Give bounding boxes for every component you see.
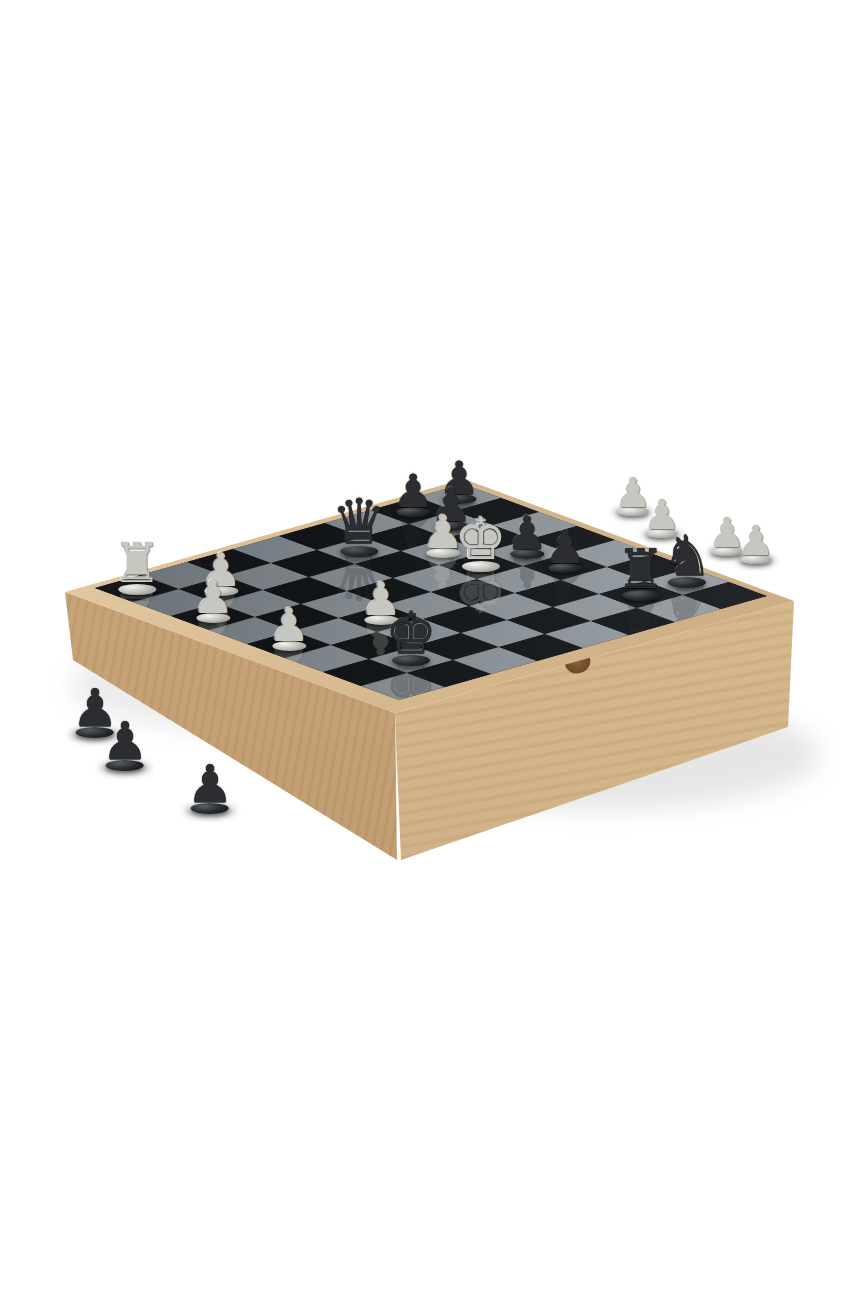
piece-silver-king-f4: ♚: [455, 510, 507, 572]
knight-glyph: ♞: [662, 528, 712, 584]
pawn-glyph: ♟: [738, 521, 775, 562]
king-glyph: ♚: [455, 510, 507, 568]
pawn-glyph: ♟: [268, 602, 309, 648]
pawn-glyph: ♟: [187, 758, 234, 810]
piece-dark-pawn-g4: ♟: [506, 510, 547, 559]
pawn-glyph: ♟: [102, 715, 149, 767]
pawn-glyph: ♟: [544, 524, 585, 570]
piece-dark-king-b7: ♚: [385, 604, 437, 666]
piece-silver-rook-a1: ♜: [112, 536, 161, 595]
piece-dark-pawn-g5: ♟: [544, 524, 585, 573]
piece-silver-pawn-a5: ♟: [268, 602, 309, 651]
pawn-glyph: ♟: [506, 510, 547, 556]
piece-dark-rook-g7: ♜: [616, 542, 665, 601]
piece-silver-pawn-offboard-4: ♟: [738, 521, 775, 564]
piece-dark-pawn-offboard-3: ♟: [187, 758, 234, 814]
piece-silver-pawn-a3: ♟: [192, 574, 233, 623]
rook-glyph: ♜: [616, 542, 665, 597]
piece-dark-queen-e2: ♛: [331, 491, 387, 557]
pawn-glyph: ♟: [192, 574, 233, 620]
product-photo-scene: ♜♟♟♟♟♟♚♛♟♟♟♟♟♚♜♞ ♜♟♟♟♟♟♚♛♟♟♟♟♟♚♜♞♟♟♟♟♟♟♟: [0, 0, 855, 1290]
rook-glyph: ♜: [112, 536, 161, 591]
king-glyph: ♚: [385, 604, 437, 662]
piece-dark-knight-h7: ♞: [662, 528, 712, 588]
piece-layer: ♜♟♟♟♟♟♚♛♟♟♟♟♟♚♜♞♟♟♟♟♟♟♟: [0, 0, 855, 1290]
queen-glyph: ♛: [331, 491, 387, 553]
piece-dark-pawn-offboard-2: ♟: [102, 715, 149, 771]
